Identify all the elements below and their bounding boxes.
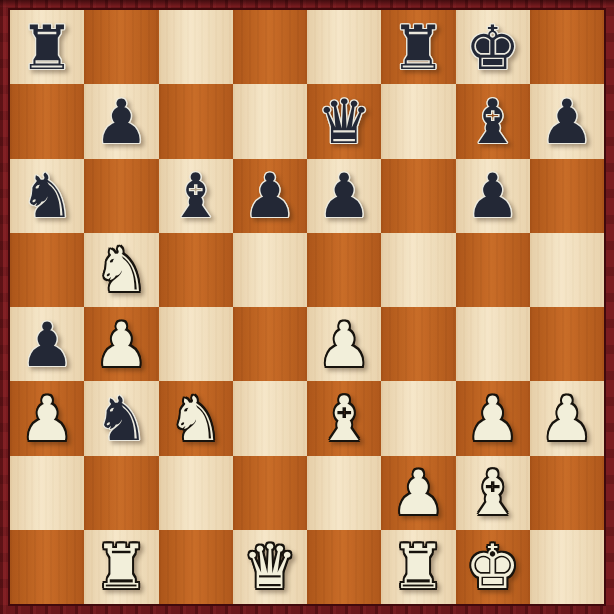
piece-black-pawn[interactable]: ♟ (94, 91, 149, 152)
square-a7[interactable] (10, 84, 84, 158)
square-d4[interactable] (233, 307, 307, 381)
square-e3[interactable]: ♝ (307, 381, 381, 455)
piece-black-rook[interactable]: ♜ (391, 17, 446, 78)
square-a3[interactable]: ♟ (10, 381, 84, 455)
piece-white-pawn[interactable]: ♟ (94, 314, 149, 375)
square-e6[interactable]: ♟ (307, 159, 381, 233)
piece-black-pawn[interactable]: ♟ (540, 91, 595, 152)
square-c1[interactable] (159, 530, 233, 604)
square-g7[interactable]: ♝ (456, 84, 530, 158)
piece-black-bishop[interactable]: ♝ (465, 91, 520, 152)
square-a1[interactable] (10, 530, 84, 604)
chess-board: ♜♜♚♟♛♝♟♞♝♟♟♟♞♟♟♟♟♞♞♝♟♟♟♝♜♛♜♚ (10, 10, 604, 604)
square-b3[interactable]: ♞ (84, 381, 158, 455)
square-b2[interactable] (84, 456, 158, 530)
square-b6[interactable] (84, 159, 158, 233)
square-c4[interactable] (159, 307, 233, 381)
square-e2[interactable] (307, 456, 381, 530)
square-d7[interactable] (233, 84, 307, 158)
square-f5[interactable] (381, 233, 455, 307)
square-d1[interactable]: ♛ (233, 530, 307, 604)
square-g3[interactable]: ♟ (456, 381, 530, 455)
piece-white-pawn[interactable]: ♟ (465, 388, 520, 449)
board-frame: ♜♜♚♟♛♝♟♞♝♟♟♟♞♟♟♟♟♞♞♝♟♟♟♝♜♛♜♚ (0, 0, 614, 614)
square-a4[interactable]: ♟ (10, 307, 84, 381)
square-e7[interactable]: ♛ (307, 84, 381, 158)
piece-black-knight[interactable]: ♞ (20, 165, 75, 226)
square-f4[interactable] (381, 307, 455, 381)
square-h3[interactable]: ♟ (530, 381, 604, 455)
square-e4[interactable]: ♟ (307, 307, 381, 381)
piece-white-queen[interactable]: ♛ (243, 536, 298, 597)
square-c5[interactable] (159, 233, 233, 307)
square-g4[interactable] (456, 307, 530, 381)
piece-white-bishop[interactable]: ♝ (317, 388, 372, 449)
piece-white-knight[interactable]: ♞ (94, 239, 149, 300)
piece-white-bishop[interactable]: ♝ (465, 462, 520, 523)
piece-black-pawn[interactable]: ♟ (317, 165, 372, 226)
square-h2[interactable] (530, 456, 604, 530)
square-d2[interactable] (233, 456, 307, 530)
piece-white-knight[interactable]: ♞ (168, 388, 223, 449)
square-f6[interactable] (381, 159, 455, 233)
square-h7[interactable]: ♟ (530, 84, 604, 158)
square-a6[interactable]: ♞ (10, 159, 84, 233)
square-h5[interactable] (530, 233, 604, 307)
square-f8[interactable]: ♜ (381, 10, 455, 84)
piece-black-pawn[interactable]: ♟ (465, 165, 520, 226)
square-g6[interactable]: ♟ (456, 159, 530, 233)
square-d8[interactable] (233, 10, 307, 84)
square-c3[interactable]: ♞ (159, 381, 233, 455)
piece-black-bishop[interactable]: ♝ (168, 165, 223, 226)
piece-black-rook[interactable]: ♜ (20, 17, 75, 78)
square-d5[interactable] (233, 233, 307, 307)
piece-white-pawn[interactable]: ♟ (317, 314, 372, 375)
square-h6[interactable] (530, 159, 604, 233)
square-b1[interactable]: ♜ (84, 530, 158, 604)
square-f2[interactable]: ♟ (381, 456, 455, 530)
piece-black-knight[interactable]: ♞ (94, 388, 149, 449)
square-a8[interactable]: ♜ (10, 10, 84, 84)
square-c8[interactable] (159, 10, 233, 84)
square-e8[interactable] (307, 10, 381, 84)
square-f1[interactable]: ♜ (381, 530, 455, 604)
piece-black-pawn[interactable]: ♟ (243, 165, 298, 226)
square-b8[interactable] (84, 10, 158, 84)
square-c7[interactable] (159, 84, 233, 158)
piece-black-king[interactable]: ♚ (465, 17, 520, 78)
square-e5[interactable] (307, 233, 381, 307)
square-d6[interactable]: ♟ (233, 159, 307, 233)
piece-black-pawn[interactable]: ♟ (20, 314, 75, 375)
square-a5[interactable] (10, 233, 84, 307)
square-f7[interactable] (381, 84, 455, 158)
square-b7[interactable]: ♟ (84, 84, 158, 158)
square-h8[interactable] (530, 10, 604, 84)
piece-white-rook[interactable]: ♜ (94, 536, 149, 597)
square-g1[interactable]: ♚ (456, 530, 530, 604)
square-g5[interactable] (456, 233, 530, 307)
square-h1[interactable] (530, 530, 604, 604)
piece-white-pawn[interactable]: ♟ (540, 388, 595, 449)
square-b4[interactable]: ♟ (84, 307, 158, 381)
piece-white-rook[interactable]: ♜ (391, 536, 446, 597)
piece-black-queen[interactable]: ♛ (317, 91, 372, 152)
square-g2[interactable]: ♝ (456, 456, 530, 530)
piece-white-king[interactable]: ♚ (465, 536, 520, 597)
square-c2[interactable] (159, 456, 233, 530)
square-b5[interactable]: ♞ (84, 233, 158, 307)
square-g8[interactable]: ♚ (456, 10, 530, 84)
piece-white-pawn[interactable]: ♟ (20, 388, 75, 449)
square-h4[interactable] (530, 307, 604, 381)
square-e1[interactable] (307, 530, 381, 604)
square-f3[interactable] (381, 381, 455, 455)
square-d3[interactable] (233, 381, 307, 455)
piece-white-pawn[interactable]: ♟ (391, 462, 446, 523)
square-c6[interactable]: ♝ (159, 159, 233, 233)
square-a2[interactable] (10, 456, 84, 530)
